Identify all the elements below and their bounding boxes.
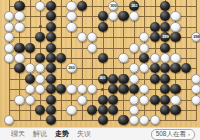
black-stone	[170, 84, 180, 94]
white-stone	[87, 43, 97, 53]
white-stone	[66, 11, 76, 21]
black-stone: 261	[129, 1, 139, 11]
black-stone	[98, 115, 108, 125]
white-stone	[170, 53, 180, 63]
black-stone	[150, 32, 160, 42]
white-stone	[4, 22, 14, 32]
tab-chat[interactable]: 聊天	[11, 129, 25, 139]
white-stone	[129, 43, 139, 53]
white-stone	[66, 84, 76, 94]
white-stone	[191, 74, 200, 84]
white-stone	[129, 95, 139, 105]
black-stone	[150, 74, 160, 84]
white-stone: 260	[66, 63, 76, 73]
black-stone: 301	[98, 74, 108, 84]
move-number-label: 260	[68, 66, 74, 70]
white-stone	[4, 115, 14, 125]
black-stone	[46, 115, 56, 125]
tab-mistakes[interactable]: 失误	[77, 129, 91, 139]
white-stone	[118, 53, 128, 63]
black-stone	[25, 43, 35, 53]
black-stone	[46, 74, 56, 84]
move-number-label: 298	[193, 35, 199, 39]
black-stone	[150, 22, 160, 32]
black-stone	[46, 53, 56, 63]
tab-commentary[interactable]: 解说	[33, 129, 47, 139]
chevron-right-icon: ›	[188, 131, 190, 137]
white-stone	[14, 53, 24, 63]
white-stone	[77, 95, 87, 105]
white-stone	[14, 95, 24, 105]
go-live-app-screen: 300261299298260301 聊天 解说 走势 失误 508人在看 ›	[0, 0, 200, 140]
black-stone	[14, 1, 24, 11]
white-stone	[150, 53, 160, 63]
white-stone	[170, 95, 180, 105]
white-stone	[25, 95, 35, 105]
go-board[interactable]: 300261299298260301	[0, 0, 200, 127]
white-stone	[139, 43, 149, 53]
tab-trend[interactable]: 走势	[55, 129, 69, 139]
move-number-label: 300	[110, 4, 116, 8]
white-stone	[139, 115, 149, 125]
black-stone	[25, 74, 35, 84]
white-stone	[129, 74, 139, 84]
black-stone	[46, 1, 56, 11]
black-stone	[98, 105, 108, 115]
white-stone: 298	[191, 32, 200, 42]
white-stone	[139, 95, 149, 105]
black-stone	[98, 22, 108, 32]
black-stone	[46, 84, 56, 94]
black-stone	[46, 22, 56, 32]
black-stone	[150, 95, 160, 105]
black-stone	[170, 63, 180, 73]
black-stone	[77, 1, 87, 11]
white-stone	[4, 43, 14, 53]
move-number-label: 299	[162, 35, 168, 39]
white-stone	[170, 11, 180, 21]
white-stone	[191, 95, 200, 105]
white-stone	[129, 115, 139, 125]
bottom-tab-bar: 聊天 解说 走势 失误 508人在看 ›	[0, 127, 200, 140]
black-stone	[108, 95, 118, 105]
white-stone	[66, 1, 76, 11]
black-stone	[98, 95, 108, 105]
black-stone	[170, 105, 180, 115]
white-stone	[14, 22, 24, 32]
black-stone	[46, 95, 56, 105]
black-stone	[160, 22, 170, 32]
black-stone	[108, 74, 118, 84]
star-point	[101, 88, 104, 91]
white-stone	[129, 105, 139, 115]
white-stone	[150, 115, 160, 125]
move-number-label: 301	[100, 77, 106, 81]
white-stone	[14, 11, 24, 21]
black-stone	[98, 53, 108, 63]
viewers-count-button[interactable]: 508人在看 ›	[151, 129, 195, 140]
black-stone	[118, 11, 128, 21]
black-stone	[118, 115, 128, 125]
white-stone	[66, 105, 76, 115]
black-stone	[160, 74, 170, 84]
move-number-label: 261	[131, 4, 137, 8]
black-stone	[46, 43, 56, 53]
white-stone	[66, 22, 76, 32]
black-stone	[46, 105, 56, 115]
white-stone	[191, 84, 200, 94]
white-stone	[170, 22, 180, 32]
black-stone	[160, 95, 170, 105]
black-stone	[160, 43, 170, 53]
black-stone	[46, 32, 56, 42]
black-stone	[14, 43, 24, 53]
black-stone	[118, 74, 128, 84]
black-stone	[14, 63, 24, 73]
viewers-count-label: 508人在看	[156, 130, 186, 139]
black-stone	[170, 32, 180, 42]
black-stone	[118, 84, 128, 94]
